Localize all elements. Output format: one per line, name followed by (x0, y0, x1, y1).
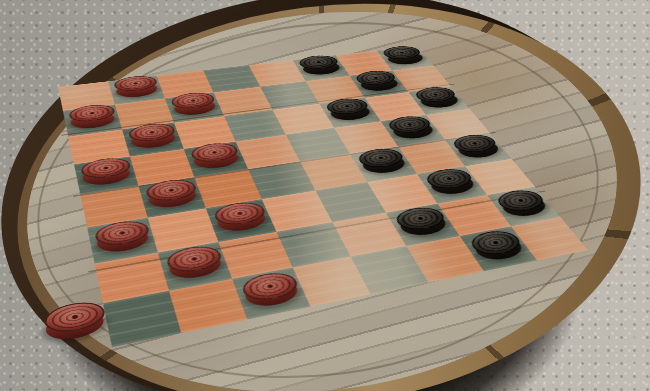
red-checker[interactable] (165, 92, 224, 122)
black-checker[interactable] (381, 115, 445, 147)
red-checker[interactable] (74, 156, 138, 194)
photo-scene (0, 0, 650, 391)
black-checker[interactable] (350, 71, 409, 98)
red-checker[interactable] (184, 142, 248, 178)
black-checker[interactable] (350, 147, 417, 182)
red-checker[interactable] (63, 104, 122, 136)
red-checker[interactable] (87, 218, 158, 264)
red-checker[interactable] (158, 242, 232, 291)
black-checker[interactable] (417, 166, 487, 203)
black-checker[interactable] (386, 204, 460, 246)
black-checker[interactable] (319, 98, 380, 128)
black-checker[interactable] (293, 55, 350, 81)
red-checker[interactable] (108, 76, 165, 105)
red-checker[interactable] (138, 177, 205, 217)
red-checker[interactable] (122, 123, 184, 157)
red-checker[interactable] (206, 199, 277, 242)
